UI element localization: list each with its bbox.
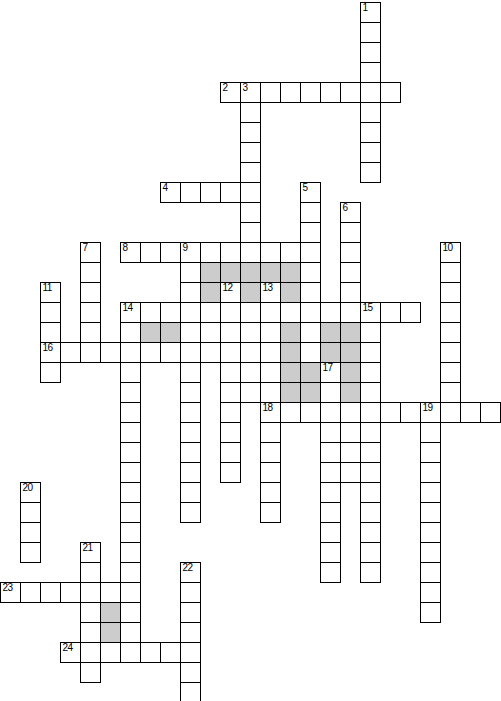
grid-cell[interactable] — [340, 422, 361, 443]
grid-cell[interactable] — [100, 582, 121, 603]
grid-cell[interactable] — [360, 102, 381, 123]
grid-cell[interactable] — [220, 422, 241, 443]
grid-cell[interactable]: 2 — [220, 82, 241, 103]
grid-cell[interactable] — [360, 542, 381, 563]
grid-cell[interactable] — [340, 82, 361, 103]
clue-number: 11 — [43, 283, 52, 293]
grid-cell[interactable] — [260, 242, 281, 263]
grid-cell[interactable] — [300, 82, 321, 103]
grid-cell[interactable] — [440, 302, 461, 323]
grid-cell[interactable]: 1 — [360, 2, 381, 23]
grid-cell[interactable] — [260, 462, 281, 483]
grid-cell[interactable] — [120, 342, 141, 363]
grid-cell[interactable]: 18 — [260, 402, 281, 423]
grid-cell[interactable] — [260, 482, 281, 503]
grid-cell[interactable] — [240, 142, 261, 163]
grid-cell-shaded — [300, 382, 321, 403]
grid-cell[interactable] — [220, 442, 241, 463]
grid-cell[interactable] — [220, 322, 241, 343]
grid-cell[interactable] — [280, 242, 301, 263]
grid-cell[interactable] — [260, 502, 281, 523]
grid-cell[interactable] — [480, 402, 501, 423]
clue-number: 5 — [303, 183, 308, 193]
grid-cell-shaded — [200, 262, 221, 283]
grid-cell[interactable] — [280, 302, 301, 323]
grid-cell[interactable] — [40, 322, 61, 343]
grid-cell[interactable] — [120, 382, 141, 403]
grid-cell-shaded — [240, 282, 261, 303]
grid-cell[interactable] — [300, 282, 321, 303]
clue-number: 12 — [223, 283, 233, 293]
grid-cell[interactable] — [220, 302, 241, 323]
grid-cell[interactable] — [100, 342, 121, 363]
grid-cell-shaded — [340, 362, 361, 383]
grid-cell[interactable] — [440, 342, 461, 363]
grid-cell[interactable] — [180, 362, 201, 383]
grid-cell[interactable] — [80, 262, 101, 283]
grid-cell[interactable] — [180, 282, 201, 303]
grid-cell[interactable] — [120, 622, 141, 643]
grid-cell[interactable] — [440, 362, 461, 383]
grid-cell[interactable] — [300, 262, 321, 283]
clue-number: 4 — [163, 183, 168, 193]
grid-cell[interactable] — [420, 542, 441, 563]
grid-cell[interactable] — [280, 402, 301, 423]
grid-cell[interactable] — [360, 462, 381, 483]
grid-cell[interactable] — [360, 482, 381, 503]
grid-cell[interactable] — [360, 422, 381, 443]
grid-cell[interactable] — [180, 622, 201, 643]
grid-cell[interactable] — [180, 382, 201, 403]
grid-cell[interactable] — [420, 522, 441, 543]
grid-cell[interactable] — [360, 342, 381, 363]
grid-cell[interactable] — [80, 582, 101, 603]
grid-cell[interactable] — [120, 322, 141, 343]
grid-cell[interactable] — [20, 522, 41, 543]
grid-cell[interactable] — [360, 502, 381, 523]
grid-cell[interactable] — [240, 342, 261, 363]
grid-cell[interactable]: 5 — [300, 182, 321, 203]
clue-number: 22 — [183, 563, 193, 573]
grid-cell[interactable] — [340, 302, 361, 323]
grid-cell[interactable] — [360, 322, 381, 343]
grid-cell[interactable] — [400, 302, 421, 323]
grid-cell[interactable] — [300, 402, 321, 423]
grid-cell[interactable] — [180, 442, 201, 463]
grid-cell[interactable] — [240, 102, 261, 123]
grid-cell[interactable] — [120, 642, 141, 663]
grid-cell[interactable] — [360, 402, 381, 423]
grid-cell[interactable]: 6 — [340, 202, 361, 223]
clue-number: 16 — [43, 343, 53, 353]
grid-cell[interactable] — [260, 82, 281, 103]
grid-cell[interactable] — [200, 242, 221, 263]
grid-cell[interactable] — [80, 282, 101, 303]
grid-cell[interactable] — [180, 302, 201, 323]
grid-cell[interactable] — [80, 602, 101, 623]
clue-number: 15 — [363, 303, 373, 313]
clue-number: 20 — [23, 483, 33, 493]
grid-cell-shaded — [340, 342, 361, 363]
grid-cell[interactable] — [20, 542, 41, 563]
grid-cell[interactable] — [220, 462, 241, 483]
clue-number: 3 — [243, 83, 248, 93]
grid-cell[interactable] — [300, 222, 321, 243]
grid-cell[interactable] — [400, 402, 421, 423]
grid-cell-shaded — [240, 262, 261, 283]
grid-cell[interactable] — [80, 302, 101, 323]
grid-cell[interactable] — [240, 202, 261, 223]
grid-cell[interactable] — [320, 522, 341, 543]
grid-cell[interactable] — [120, 362, 141, 383]
grid-cell[interactable] — [180, 642, 201, 663]
grid-cell[interactable] — [320, 442, 341, 463]
grid-cell[interactable] — [360, 562, 381, 583]
grid-cell[interactable] — [360, 442, 381, 463]
clue-number: 1 — [363, 3, 368, 13]
grid-cell[interactable] — [420, 562, 441, 583]
grid-cell[interactable] — [180, 682, 201, 701]
grid-cell[interactable] — [440, 282, 461, 303]
grid-cell[interactable] — [180, 582, 201, 603]
grid-cell[interactable] — [340, 262, 361, 283]
grid-cell[interactable] — [140, 302, 161, 323]
grid-cell[interactable] — [320, 302, 341, 323]
grid-cell[interactable] — [180, 182, 201, 203]
grid-cell-shaded — [200, 282, 221, 303]
grid-cell[interactable]: 7 — [80, 242, 101, 263]
grid-cell[interactable]: 15 — [360, 302, 381, 323]
grid-cell[interactable]: 8 — [120, 242, 141, 263]
grid-cell[interactable]: 21 — [80, 542, 101, 563]
grid-cell[interactable] — [340, 442, 361, 463]
grid-cell[interactable]: 23 — [0, 582, 21, 603]
grid-cell[interactable]: 20 — [20, 482, 41, 503]
grid-cell-shaded — [340, 322, 361, 343]
grid-cell[interactable] — [320, 382, 341, 403]
clue-number: 6 — [343, 203, 348, 213]
grid-cell[interactable] — [340, 222, 361, 243]
grid-cell[interactable] — [420, 582, 441, 603]
grid-cell[interactable]: 17 — [320, 362, 341, 383]
grid-cell[interactable]: 22 — [180, 562, 201, 583]
grid-cell[interactable] — [100, 642, 121, 663]
grid-cell[interactable] — [200, 182, 221, 203]
grid-cell[interactable] — [40, 302, 61, 323]
grid-cell[interactable] — [260, 342, 281, 363]
grid-cell[interactable] — [420, 442, 441, 463]
clue-number: 10 — [443, 243, 453, 253]
grid-cell[interactable] — [80, 662, 101, 683]
grid-cell[interactable] — [160, 642, 181, 663]
grid-cell[interactable] — [220, 182, 241, 203]
grid-cell[interactable] — [180, 262, 201, 283]
grid-cell[interactable] — [120, 522, 141, 543]
grid-cell[interactable]: 19 — [420, 402, 441, 423]
grid-cell-shaded — [320, 322, 341, 343]
grid-cell[interactable] — [320, 422, 341, 443]
grid-cell[interactable] — [440, 402, 461, 423]
grid-cell[interactable] — [340, 282, 361, 303]
grid-cell[interactable] — [380, 402, 401, 423]
grid-cell-shaded — [280, 362, 301, 383]
grid-cell[interactable] — [240, 242, 261, 263]
clue-number: 8 — [123, 243, 128, 253]
grid-cell[interactable] — [240, 122, 261, 143]
clue-number: 14 — [123, 303, 133, 313]
grid-cell[interactable] — [80, 342, 101, 363]
grid-cell[interactable] — [420, 502, 441, 523]
grid-cell[interactable] — [240, 222, 261, 243]
grid-cell[interactable] — [240, 322, 261, 343]
grid-cell[interactable] — [260, 362, 281, 383]
clue-number: 7 — [83, 243, 88, 253]
grid-cell[interactable] — [180, 662, 201, 683]
grid-cell[interactable] — [320, 402, 341, 423]
grid-cell[interactable] — [340, 242, 361, 263]
clue-number: 9 — [183, 243, 188, 253]
grid-cell-shaded — [300, 362, 321, 383]
grid-cell-shaded — [100, 622, 121, 643]
grid-cell[interactable] — [320, 462, 341, 483]
grid-cell[interactable] — [120, 402, 141, 423]
grid-cell[interactable] — [460, 402, 481, 423]
crossword-grid: 123456789101112131415161718192021222324 — [0, 0, 501, 701]
grid-cell[interactable] — [360, 522, 381, 543]
grid-cell[interactable] — [340, 402, 361, 423]
grid-cell[interactable]: 16 — [40, 342, 61, 363]
clue-number: 24 — [63, 643, 73, 653]
grid-cell[interactable] — [220, 242, 241, 263]
grid-cell[interactable] — [180, 322, 201, 343]
grid-cell[interactable] — [200, 302, 221, 323]
grid-cell-shaded — [100, 602, 121, 623]
grid-cell[interactable] — [360, 42, 381, 63]
grid-cell-shaded — [280, 322, 301, 343]
grid-cell[interactable] — [320, 542, 341, 563]
grid-cell[interactable] — [260, 442, 281, 463]
grid-cell[interactable] — [360, 22, 381, 43]
grid-cell-shaded — [160, 322, 181, 343]
clue-number: 19 — [423, 403, 433, 413]
grid-cell[interactable] — [440, 322, 461, 343]
grid-cell[interactable] — [200, 342, 221, 363]
grid-cell[interactable] — [160, 242, 181, 263]
grid-cell[interactable] — [320, 82, 341, 103]
grid-cell[interactable] — [440, 262, 461, 283]
grid-cell[interactable]: 12 — [220, 282, 241, 303]
grid-cell[interactable] — [120, 562, 141, 583]
grid-cell[interactable] — [320, 562, 341, 583]
grid-cell[interactable] — [320, 482, 341, 503]
grid-cell-shaded — [320, 342, 341, 363]
grid-cell[interactable] — [320, 502, 341, 523]
grid-cell[interactable] — [440, 382, 461, 403]
grid-cell[interactable] — [420, 422, 441, 443]
grid-cell[interactable] — [60, 582, 81, 603]
grid-cell[interactable] — [140, 642, 161, 663]
grid-cell[interactable] — [420, 482, 441, 503]
grid-cell[interactable] — [380, 302, 401, 323]
grid-cell[interactable] — [20, 582, 41, 603]
grid-cell-shaded — [140, 322, 161, 343]
grid-cell[interactable] — [240, 182, 261, 203]
grid-cell[interactable] — [120, 462, 141, 483]
grid-cell[interactable] — [380, 82, 401, 103]
grid-cell[interactable] — [260, 302, 281, 323]
grid-cell[interactable] — [120, 542, 141, 563]
grid-cell[interactable] — [20, 502, 41, 523]
grid-cell[interactable] — [300, 322, 321, 343]
grid-cell[interactable] — [120, 582, 141, 603]
grid-cell[interactable] — [80, 322, 101, 343]
grid-cell[interactable] — [240, 162, 261, 183]
grid-cell[interactable] — [340, 462, 361, 483]
grid-cell[interactable] — [360, 362, 381, 383]
clue-number: 17 — [323, 363, 333, 373]
grid-cell[interactable] — [260, 422, 281, 443]
grid-cell[interactable] — [300, 242, 321, 263]
grid-cell[interactable] — [220, 402, 241, 423]
grid-cell[interactable] — [240, 302, 261, 323]
grid-cell[interactable] — [120, 422, 141, 443]
grid-cell[interactable] — [180, 402, 201, 423]
grid-cell[interactable] — [160, 342, 181, 363]
grid-cell[interactable]: 11 — [40, 282, 61, 303]
grid-cell[interactable] — [300, 342, 321, 363]
grid-cell[interactable] — [180, 502, 201, 523]
grid-cell[interactable] — [420, 462, 441, 483]
grid-cell[interactable] — [80, 642, 101, 663]
grid-cell[interactable]: 3 — [240, 82, 261, 103]
grid-cell-shaded — [260, 262, 281, 283]
grid-cell[interactable] — [300, 202, 321, 223]
grid-cell[interactable] — [80, 562, 101, 583]
grid-cell[interactable] — [120, 602, 141, 623]
grid-cell[interactable]: 9 — [180, 242, 201, 263]
grid-cell[interactable]: 14 — [120, 302, 141, 323]
grid-cell[interactable] — [420, 602, 441, 623]
grid-cell[interactable] — [140, 242, 161, 263]
grid-cell[interactable] — [220, 342, 241, 363]
grid-cell[interactable] — [260, 322, 281, 343]
grid-cell[interactable] — [40, 582, 61, 603]
clue-number: 18 — [263, 403, 273, 413]
grid-cell[interactable] — [360, 122, 381, 143]
grid-cell[interactable] — [240, 362, 261, 383]
grid-cell[interactable] — [140, 342, 161, 363]
clue-number: 21 — [83, 543, 93, 553]
grid-cell[interactable] — [360, 162, 381, 183]
clue-number: 2 — [223, 83, 228, 93]
grid-cell[interactable]: 10 — [440, 242, 461, 263]
grid-cell-shaded — [280, 382, 301, 403]
grid-cell[interactable] — [40, 362, 61, 383]
grid-cell[interactable] — [120, 442, 141, 463]
grid-cell-shaded — [280, 262, 301, 283]
grid-cell[interactable] — [360, 382, 381, 403]
grid-cell[interactable] — [220, 382, 241, 403]
grid-cell[interactable]: 24 — [60, 642, 81, 663]
grid-cell[interactable] — [360, 82, 381, 103]
clue-number: 23 — [3, 583, 13, 593]
grid-cell[interactable] — [120, 502, 141, 523]
grid-cell[interactable] — [180, 602, 201, 623]
grid-cell[interactable] — [260, 382, 281, 403]
grid-cell-shaded — [280, 282, 301, 303]
grid-cell[interactable]: 4 — [160, 182, 181, 203]
grid-cell-shaded — [340, 382, 361, 403]
grid-cell[interactable] — [300, 302, 321, 323]
clue-number: 13 — [263, 283, 273, 293]
grid-cell[interactable] — [160, 302, 181, 323]
grid-cell[interactable] — [80, 622, 101, 643]
grid-cell[interactable] — [240, 382, 261, 403]
grid-cell[interactable] — [180, 462, 201, 483]
grid-cell[interactable] — [360, 142, 381, 163]
grid-cell[interactable] — [60, 342, 81, 363]
grid-cell[interactable] — [180, 482, 201, 503]
grid-cell[interactable] — [180, 342, 201, 363]
grid-cell[interactable] — [220, 362, 241, 383]
grid-cell[interactable] — [120, 482, 141, 503]
grid-cell-shaded — [280, 342, 301, 363]
grid-cell[interactable] — [180, 422, 201, 443]
grid-cell[interactable] — [360, 62, 381, 83]
grid-cell[interactable]: 13 — [260, 282, 281, 303]
grid-cell-shaded — [220, 262, 241, 283]
grid-cell[interactable] — [280, 82, 301, 103]
